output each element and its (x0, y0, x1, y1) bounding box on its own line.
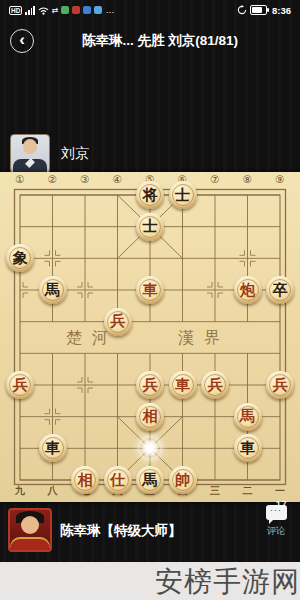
sync-icon (237, 5, 247, 15)
piece-black-将-c5r1[interactable]: 将 (136, 181, 164, 209)
status-bar: HD ⇄ … 8:36 (0, 0, 300, 20)
piece-black-車-c8r9[interactable]: 車 (234, 434, 262, 462)
app-notification-icon-3 (83, 6, 91, 14)
xiangqi-board[interactable]: ①②③④⑤⑥⑦⑧⑨ 九八七六五四三二一 楚河 漢界 将士士象馬車炮卒兵兵兵車兵兵… (0, 172, 300, 502)
col-number-top-8: ⑧ (243, 173, 252, 185)
comment-button[interactable]: ··· 17 评论 (257, 505, 295, 538)
game-title: 陈幸琳... 先胜 刘京(81/81) (40, 24, 280, 58)
col-number-bottom-9: 一 (275, 484, 285, 498)
vpn-icon: ⇄ (52, 6, 59, 15)
piece-red-兵-c4r5[interactable]: 兵 (104, 308, 132, 336)
red-player-name: 陈幸琳【特级大师】 (60, 522, 182, 540)
app-notification-icon-1 (61, 6, 69, 14)
black-player-row: 刘京 (10, 134, 89, 174)
col-number-bottom-2: 八 (48, 484, 58, 498)
piece-red-相-c5r8[interactable]: 相 (136, 403, 164, 431)
col-number-bottom-7: 三 (210, 484, 220, 498)
piece-red-帥-c6r10[interactable]: 帥 (169, 466, 197, 494)
comment-label: 评论 (257, 525, 295, 538)
battery-icon (250, 5, 267, 15)
piece-black-馬-c5r10[interactable]: 馬 (136, 466, 164, 494)
notification-app-icons (61, 6, 102, 14)
col-number-bottom-8: 二 (243, 484, 253, 498)
col-number-top-7: ⑦ (210, 173, 219, 185)
piece-black-士-c6r1[interactable]: 士 (169, 181, 197, 209)
piece-red-兵-c9r7[interactable]: 兵 (266, 371, 294, 399)
piece-red-相-c3r10[interactable]: 相 (71, 466, 99, 494)
app-notification-icon-4 (94, 6, 102, 14)
col-number-top-4: ④ (113, 173, 122, 185)
back-button[interactable]: ‹ (10, 29, 34, 53)
piece-red-兵-c5r7[interactable]: 兵 (136, 371, 164, 399)
piece-black-馬-c2r4[interactable]: 馬 (39, 276, 67, 304)
comment-count-badge: 17 (276, 499, 287, 510)
piece-red-炮-c8r4[interactable]: 炮 (234, 276, 262, 304)
more-notifications-icon: … (105, 6, 115, 14)
river-label-right: 漢界 (178, 328, 230, 349)
col-number-top-3: ③ (80, 173, 89, 185)
black-player-avatar[interactable] (10, 134, 50, 174)
wifi-icon (38, 6, 49, 15)
signal-icon (25, 6, 34, 15)
piece-red-仕-c4r10[interactable]: 仕 (104, 466, 132, 494)
watermark-banner: 安榜手游网 (0, 562, 300, 600)
piece-black-車-c2r9[interactable]: 車 (39, 434, 67, 462)
comment-bubble-icon: ··· 17 (266, 505, 287, 520)
clock-time: 8:36 (272, 5, 291, 16)
piece-red-車-c5r4[interactable]: 車 (136, 276, 164, 304)
col-number-bottom-1: 九 (15, 484, 25, 498)
back-chevron-icon: ‹ (19, 30, 25, 49)
black-player-name: 刘京 (61, 145, 89, 163)
col-number-top-1: ① (15, 173, 24, 185)
piece-red-馬-c8r8[interactable]: 馬 (234, 403, 262, 431)
piece-black-士-c5r2[interactable]: 士 (136, 213, 164, 241)
piece-black-卒-c9r4[interactable]: 卒 (266, 276, 294, 304)
col-number-top-9: ⑨ (275, 173, 284, 185)
piece-red-兵-c7r7[interactable]: 兵 (201, 371, 229, 399)
col-number-top-2: ② (48, 173, 57, 185)
hd-icon: HD (9, 6, 22, 15)
red-player-avatar[interactable] (8, 508, 52, 552)
xiangqi-app-screen: HD ⇄ … 8:36 ‹ 陈幸琳... 先胜 刘京(81/81) (0, 0, 300, 600)
title-bar: ‹ 陈幸琳... 先胜 刘京(81/81) (0, 24, 300, 58)
app-notification-icon-2 (72, 6, 80, 14)
piece-red-兵-c1r7[interactable]: 兵 (6, 371, 34, 399)
piece-red-車-c6r7[interactable]: 車 (169, 371, 197, 399)
